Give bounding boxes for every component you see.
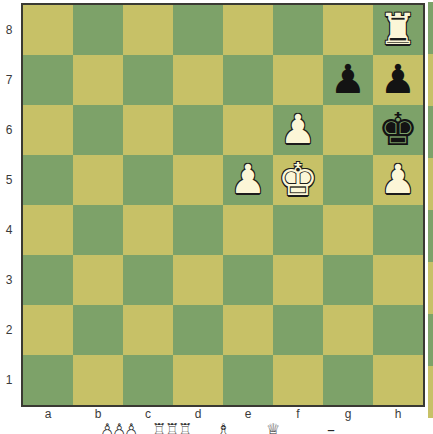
square-h4[interactable] <box>373 205 423 255</box>
clipped-piece-glyph: ♕ <box>266 422 280 434</box>
clipped-piece-glyph: – <box>327 422 335 434</box>
piece-black-pawn[interactable]: ♟ <box>380 59 416 99</box>
square-h8[interactable]: ♜ <box>373 5 423 55</box>
rank-labels: 87654321 <box>0 5 18 405</box>
clipped-piece-glyph: ♙ <box>124 422 138 434</box>
square-e3[interactable] <box>223 255 273 305</box>
square-a7[interactable] <box>23 55 73 105</box>
file-label-f: f <box>273 407 323 421</box>
square-c7[interactable] <box>123 55 173 105</box>
square-a6[interactable] <box>23 105 73 155</box>
square-d5[interactable] <box>173 155 223 205</box>
square-h7[interactable]: ♟ <box>373 55 423 105</box>
square-f4[interactable] <box>273 205 323 255</box>
square-a1[interactable] <box>23 355 73 405</box>
rank-label-7: 7 <box>0 55 18 105</box>
file-label-g: g <box>323 407 373 421</box>
right-strip-band <box>428 106 433 158</box>
square-a8[interactable] <box>23 5 73 55</box>
right-strip-band <box>428 158 433 210</box>
right-strip-band <box>428 2 433 54</box>
square-h3[interactable] <box>373 255 423 305</box>
square-f2[interactable] <box>273 305 323 355</box>
square-e4[interactable] <box>223 205 273 255</box>
file-label-h: h <box>373 407 423 421</box>
square-a5[interactable] <box>23 155 73 205</box>
square-d8[interactable] <box>173 5 223 55</box>
square-b7[interactable] <box>73 55 123 105</box>
square-e1[interactable] <box>223 355 273 405</box>
rank-label-1: 1 <box>0 355 18 405</box>
right-edge-strip <box>428 2 433 418</box>
square-c8[interactable] <box>123 5 173 55</box>
square-h5[interactable]: ♟ <box>373 155 423 205</box>
piece-white-pawn[interactable]: ♟ <box>280 109 316 149</box>
right-strip-band <box>428 262 433 314</box>
file-label-c: c <box>123 407 173 421</box>
right-strip-band <box>428 366 433 418</box>
square-c2[interactable] <box>123 305 173 355</box>
square-d2[interactable] <box>173 305 223 355</box>
square-c4[interactable] <box>123 205 173 255</box>
file-label-b: b <box>73 407 123 421</box>
rank-label-3: 3 <box>0 255 18 305</box>
piece-white-king[interactable]: ♚ <box>278 157 318 202</box>
square-e8[interactable] <box>223 5 273 55</box>
square-b6[interactable] <box>73 105 123 155</box>
square-f7[interactable] <box>273 55 323 105</box>
file-label-d: d <box>173 407 223 421</box>
square-b1[interactable] <box>73 355 123 405</box>
square-b4[interactable] <box>73 205 123 255</box>
rank-label-5: 5 <box>0 155 18 205</box>
square-d7[interactable] <box>173 55 223 105</box>
square-d1[interactable] <box>173 355 223 405</box>
square-c5[interactable] <box>123 155 173 205</box>
square-e5[interactable]: ♟ <box>223 155 273 205</box>
square-c6[interactable] <box>123 105 173 155</box>
file-label-e: e <box>223 407 273 421</box>
square-c1[interactable] <box>123 355 173 405</box>
square-g1[interactable] <box>323 355 373 405</box>
rank-label-4: 4 <box>0 205 18 255</box>
clipped-piece-strip: ♙♙♙♖♖♖♗♕– <box>0 421 433 434</box>
right-strip-band <box>428 210 433 262</box>
square-b8[interactable] <box>73 5 123 55</box>
square-f1[interactable] <box>273 355 323 405</box>
square-g7[interactable]: ♟ <box>323 55 373 105</box>
clipped-piece-glyph: ♖ <box>178 422 192 434</box>
square-d4[interactable] <box>173 205 223 255</box>
square-h2[interactable] <box>373 305 423 355</box>
piece-white-pawn[interactable]: ♟ <box>380 159 416 199</box>
square-d6[interactable] <box>173 105 223 155</box>
clipped-piece-glyph: ♗ <box>216 422 230 434</box>
square-g3[interactable] <box>323 255 373 305</box>
square-g4[interactable] <box>323 205 373 255</box>
square-c3[interactable] <box>123 255 173 305</box>
file-labels: abcdefgh <box>23 407 423 421</box>
square-d3[interactable] <box>173 255 223 305</box>
square-e2[interactable] <box>223 305 273 355</box>
square-h1[interactable] <box>373 355 423 405</box>
piece-black-pawn[interactable]: ♟ <box>330 59 366 99</box>
square-f8[interactable] <box>273 5 323 55</box>
square-b5[interactable] <box>73 155 123 205</box>
piece-white-pawn[interactable]: ♟ <box>230 159 266 199</box>
rank-label-6: 6 <box>0 105 18 155</box>
square-g8[interactable] <box>323 5 373 55</box>
square-a3[interactable] <box>23 255 73 305</box>
square-g6[interactable] <box>323 105 373 155</box>
right-strip-band <box>428 314 433 366</box>
square-f5[interactable]: ♚ <box>273 155 323 205</box>
square-a2[interactable] <box>23 305 73 355</box>
piece-black-king[interactable]: ♚ <box>378 107 418 152</box>
chess-board[interactable]: ♜♟♟♟♚♟♚♟ <box>21 3 425 407</box>
square-b2[interactable] <box>73 305 123 355</box>
square-b3[interactable] <box>73 255 123 305</box>
square-h6[interactable]: ♚ <box>373 105 423 155</box>
piece-white-rook[interactable]: ♜ <box>379 8 418 51</box>
chess-diagram-page: 87654321 ♜♟♟♟♚♟♚♟ abcdefgh ♙♙♙♖♖♖♗♕– <box>0 0 433 434</box>
square-f3[interactable] <box>273 255 323 305</box>
square-e7[interactable] <box>223 55 273 105</box>
rank-label-8: 8 <box>0 5 18 55</box>
square-a4[interactable] <box>23 205 73 255</box>
file-label-a: a <box>23 407 73 421</box>
square-g5[interactable] <box>323 155 373 205</box>
square-f6[interactable]: ♟ <box>273 105 323 155</box>
right-strip-band <box>428 54 433 106</box>
square-g2[interactable] <box>323 305 373 355</box>
square-e6[interactable] <box>223 105 273 155</box>
rank-label-2: 2 <box>0 305 18 355</box>
